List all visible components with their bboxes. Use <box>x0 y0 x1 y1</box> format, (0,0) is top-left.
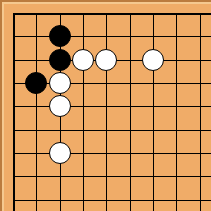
stones-layer <box>1 1 211 211</box>
white-stone-C13 <box>49 142 71 164</box>
black-stone-C17 <box>49 49 71 71</box>
white-stone-C16 <box>49 72 71 94</box>
black-stone-B16 <box>25 72 47 94</box>
white-stone-G17 <box>142 49 164 71</box>
black-stone-C18 <box>49 25 71 47</box>
white-stone-D17 <box>72 49 94 71</box>
white-stone-E17 <box>95 49 117 71</box>
go-board-diagram <box>0 0 211 211</box>
white-stone-C15 <box>49 95 71 117</box>
